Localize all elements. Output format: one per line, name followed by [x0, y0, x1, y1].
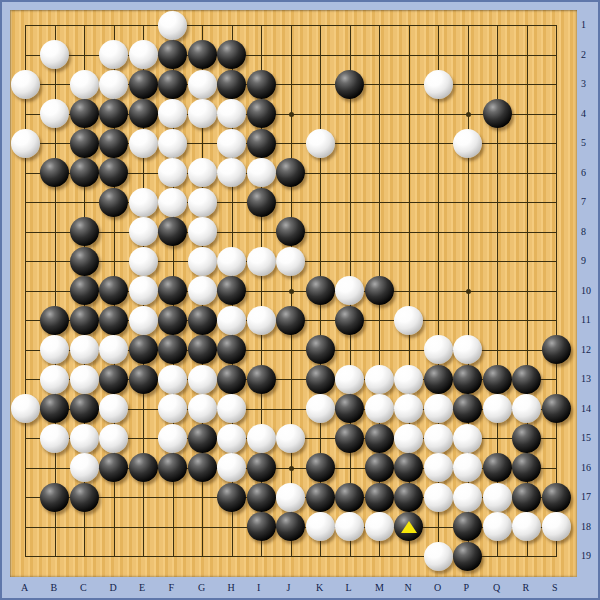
column-label-L: L — [346, 583, 352, 593]
row-label-7: 7 — [581, 197, 586, 207]
column-label-P: P — [464, 583, 470, 593]
row-label-11: 11 — [581, 315, 591, 325]
white-stone-E2[interactable] — [129, 40, 158, 69]
row-label-10: 10 — [581, 286, 591, 296]
black-stone-I16[interactable] — [247, 453, 276, 482]
black-stone-N17[interactable] — [394, 483, 423, 512]
black-stone-I17[interactable] — [247, 483, 276, 512]
white-stone-H5[interactable] — [217, 129, 246, 158]
white-stone-G10[interactable] — [188, 276, 217, 305]
black-stone-D6[interactable] — [99, 158, 128, 187]
white-stone-B2[interactable] — [40, 40, 69, 69]
black-stone-M16[interactable] — [365, 453, 394, 482]
white-stone-K5[interactable] — [306, 129, 335, 158]
white-stone-I6[interactable] — [247, 158, 276, 187]
black-stone-E16[interactable] — [129, 453, 158, 482]
black-stone-H12[interactable] — [217, 335, 246, 364]
black-stone-E12[interactable] — [129, 335, 158, 364]
row-label-8: 8 — [581, 227, 586, 237]
white-stone-C15[interactable] — [70, 424, 99, 453]
white-stone-J9[interactable] — [276, 247, 305, 276]
black-stone-I7[interactable] — [247, 188, 276, 217]
white-stone-H16[interactable] — [217, 453, 246, 482]
white-stone-E10[interactable] — [129, 276, 158, 305]
black-stone-L14[interactable] — [335, 394, 364, 423]
column-label-J: J — [287, 583, 291, 593]
row-label-19: 19 — [581, 551, 591, 561]
column-label-S: S — [552, 583, 558, 593]
white-stone-J15[interactable] — [276, 424, 305, 453]
black-stone-S12[interactable] — [542, 335, 571, 364]
white-stone-F13[interactable] — [158, 365, 187, 394]
row-label-5: 5 — [581, 138, 586, 148]
white-stone-O19[interactable] — [424, 542, 453, 571]
white-stone-L13[interactable] — [335, 365, 364, 394]
black-stone-B14[interactable] — [40, 394, 69, 423]
row-label-1: 1 — [581, 20, 586, 30]
white-stone-A14[interactable] — [11, 394, 40, 423]
white-stone-O14[interactable] — [424, 394, 453, 423]
white-stone-H14[interactable] — [217, 394, 246, 423]
black-stone-I5[interactable] — [247, 129, 276, 158]
star-point-J10 — [289, 289, 294, 294]
black-stone-G15[interactable] — [188, 424, 217, 453]
black-stone-F12[interactable] — [158, 335, 187, 364]
column-label-K: K — [316, 583, 323, 593]
black-stone-D4[interactable] — [99, 99, 128, 128]
black-stone-O13[interactable] — [424, 365, 453, 394]
black-stone-B17[interactable] — [40, 483, 69, 512]
white-stone-A3[interactable] — [11, 70, 40, 99]
white-stone-E5[interactable] — [129, 129, 158, 158]
white-stone-R18[interactable] — [512, 512, 541, 541]
white-stone-P12[interactable] — [453, 335, 482, 364]
white-stone-H6[interactable] — [217, 158, 246, 187]
black-stone-S14[interactable] — [542, 394, 571, 423]
black-stone-Q16[interactable] — [483, 453, 512, 482]
column-label-I: I — [257, 583, 260, 593]
row-label-3: 3 — [581, 79, 586, 89]
star-point-P4 — [466, 112, 471, 117]
white-stone-Q14[interactable] — [483, 394, 512, 423]
white-stone-C13[interactable] — [70, 365, 99, 394]
white-stone-M13[interactable] — [365, 365, 394, 394]
white-stone-G13[interactable] — [188, 365, 217, 394]
column-label-E: E — [139, 583, 145, 593]
white-stone-G4[interactable] — [188, 99, 217, 128]
black-stone-K17[interactable] — [306, 483, 335, 512]
white-stone-N14[interactable] — [394, 394, 423, 423]
white-stone-J17[interactable] — [276, 483, 305, 512]
white-stone-B4[interactable] — [40, 99, 69, 128]
white-stone-M14[interactable] — [365, 394, 394, 423]
white-stone-G14[interactable] — [188, 394, 217, 423]
column-label-B: B — [51, 583, 58, 593]
black-stone-J11[interactable] — [276, 306, 305, 335]
column-label-O: O — [434, 583, 441, 593]
black-stone-N16[interactable] — [394, 453, 423, 482]
black-stone-G12[interactable] — [188, 335, 217, 364]
row-label-6: 6 — [581, 168, 586, 178]
white-stone-E9[interactable] — [129, 247, 158, 276]
white-stone-P5[interactable] — [453, 129, 482, 158]
black-stone-H3[interactable] — [217, 70, 246, 99]
white-stone-P16[interactable] — [453, 453, 482, 482]
white-stone-R14[interactable] — [512, 394, 541, 423]
white-stone-G8[interactable] — [188, 217, 217, 246]
black-stone-D7[interactable] — [99, 188, 128, 217]
white-stone-F5[interactable] — [158, 129, 187, 158]
black-stone-J6[interactable] — [276, 158, 305, 187]
white-stone-C16[interactable] — [70, 453, 99, 482]
black-stone-B6[interactable] — [40, 158, 69, 187]
black-stone-C5[interactable] — [70, 129, 99, 158]
black-stone-F10[interactable] — [158, 276, 187, 305]
black-stone-M10[interactable] — [365, 276, 394, 305]
white-stone-O12[interactable] — [424, 335, 453, 364]
black-stone-F8[interactable] — [158, 217, 187, 246]
row-label-13: 13 — [581, 374, 591, 384]
black-stone-H10[interactable] — [217, 276, 246, 305]
star-point-J16 — [289, 466, 294, 471]
black-stone-G11[interactable] — [188, 306, 217, 335]
row-label-15: 15 — [581, 433, 591, 443]
black-stone-H17[interactable] — [217, 483, 246, 512]
go-app-window: ABCDEFGHIJKLMNOPQRS 12345678910111213141… — [0, 0, 600, 600]
column-label-C: C — [80, 583, 87, 593]
white-stone-F4[interactable] — [158, 99, 187, 128]
black-stone-F11[interactable] — [158, 306, 187, 335]
black-stone-L17[interactable] — [335, 483, 364, 512]
white-stone-O15[interactable] — [424, 424, 453, 453]
column-label-G: G — [198, 583, 205, 593]
row-label-12: 12 — [581, 345, 591, 355]
row-label-2: 2 — [581, 50, 586, 60]
white-stone-O16[interactable] — [424, 453, 453, 482]
black-stone-C4[interactable] — [70, 99, 99, 128]
black-stone-S17[interactable] — [542, 483, 571, 512]
black-stone-M17[interactable] — [365, 483, 394, 512]
black-stone-G16[interactable] — [188, 453, 217, 482]
white-stone-I15[interactable] — [247, 424, 276, 453]
white-stone-N11[interactable] — [394, 306, 423, 335]
white-stone-F1[interactable] — [158, 11, 187, 40]
black-stone-P13[interactable] — [453, 365, 482, 394]
black-stone-P19[interactable] — [453, 542, 482, 571]
white-stone-E7[interactable] — [129, 188, 158, 217]
white-stone-G6[interactable] — [188, 158, 217, 187]
black-stone-G2[interactable] — [188, 40, 217, 69]
white-stone-I11[interactable] — [247, 306, 276, 335]
white-stone-Q17[interactable] — [483, 483, 512, 512]
black-stone-R17[interactable] — [512, 483, 541, 512]
grid-line-vertical-S — [556, 25, 557, 557]
white-stone-B12[interactable] — [40, 335, 69, 364]
white-stone-N15[interactable] — [394, 424, 423, 453]
white-stone-P15[interactable] — [453, 424, 482, 453]
star-point-J4 — [289, 112, 294, 117]
white-stone-F14[interactable] — [158, 394, 187, 423]
black-stone-K13[interactable] — [306, 365, 335, 394]
black-stone-R15[interactable] — [512, 424, 541, 453]
black-stone-I13[interactable] — [247, 365, 276, 394]
column-label-M: M — [375, 583, 384, 593]
row-label-9: 9 — [581, 256, 586, 266]
black-stone-K12[interactable] — [306, 335, 335, 364]
white-stone-B13[interactable] — [40, 365, 69, 394]
white-stone-D3[interactable] — [99, 70, 128, 99]
white-stone-O3[interactable] — [424, 70, 453, 99]
row-label-16: 16 — [581, 463, 591, 473]
black-stone-F2[interactable] — [158, 40, 187, 69]
black-stone-C9[interactable] — [70, 247, 99, 276]
white-stone-B15[interactable] — [40, 424, 69, 453]
white-stone-G9[interactable] — [188, 247, 217, 276]
white-stone-H15[interactable] — [217, 424, 246, 453]
column-label-Q: Q — [493, 583, 500, 593]
column-label-D: D — [110, 583, 117, 593]
black-stone-Q4[interactable] — [483, 99, 512, 128]
black-stone-J8[interactable] — [276, 217, 305, 246]
black-stone-D10[interactable] — [99, 276, 128, 305]
black-stone-L3[interactable] — [335, 70, 364, 99]
black-stone-E13[interactable] — [129, 365, 158, 394]
black-stone-F16[interactable] — [158, 453, 187, 482]
white-stone-F7[interactable] — [158, 188, 187, 217]
white-stone-E11[interactable] — [129, 306, 158, 335]
white-stone-C3[interactable] — [70, 70, 99, 99]
black-stone-H13[interactable] — [217, 365, 246, 394]
black-stone-R16[interactable] — [512, 453, 541, 482]
black-stone-E3[interactable] — [129, 70, 158, 99]
white-stone-L18[interactable] — [335, 512, 364, 541]
black-stone-J18[interactable] — [276, 512, 305, 541]
black-stone-P14[interactable] — [453, 394, 482, 423]
black-stone-C10[interactable] — [70, 276, 99, 305]
white-stone-G7[interactable] — [188, 188, 217, 217]
white-stone-D15[interactable] — [99, 424, 128, 453]
column-label-F: F — [169, 583, 175, 593]
black-stone-D11[interactable] — [99, 306, 128, 335]
last-move-triangle-marker-N18 — [401, 521, 417, 533]
white-stone-H4[interactable] — [217, 99, 246, 128]
black-stone-R13[interactable] — [512, 365, 541, 394]
black-stone-K10[interactable] — [306, 276, 335, 305]
black-stone-Q13[interactable] — [483, 365, 512, 394]
column-label-H: H — [228, 583, 235, 593]
white-stone-K14[interactable] — [306, 394, 335, 423]
white-stone-E8[interactable] — [129, 217, 158, 246]
white-stone-F15[interactable] — [158, 424, 187, 453]
white-stone-C12[interactable] — [70, 335, 99, 364]
black-stone-C8[interactable] — [70, 217, 99, 246]
black-stone-H2[interactable] — [217, 40, 246, 69]
white-stone-N13[interactable] — [394, 365, 423, 394]
black-stone-L15[interactable] — [335, 424, 364, 453]
white-stone-D12[interactable] — [99, 335, 128, 364]
black-stone-I18[interactable] — [247, 512, 276, 541]
white-stone-P17[interactable] — [453, 483, 482, 512]
star-point-P10 — [466, 289, 471, 294]
black-stone-I4[interactable] — [247, 99, 276, 128]
white-stone-D2[interactable] — [99, 40, 128, 69]
column-label-A: A — [21, 583, 28, 593]
row-label-14: 14 — [581, 404, 591, 414]
black-stone-B11[interactable] — [40, 306, 69, 335]
black-stone-D13[interactable] — [99, 365, 128, 394]
black-stone-C17[interactable] — [70, 483, 99, 512]
black-stone-E4[interactable] — [129, 99, 158, 128]
column-label-N: N — [405, 583, 412, 593]
black-stone-D16[interactable] — [99, 453, 128, 482]
black-stone-C6[interactable] — [70, 158, 99, 187]
black-stone-M15[interactable] — [365, 424, 394, 453]
black-stone-P18[interactable] — [453, 512, 482, 541]
white-stone-H9[interactable] — [217, 247, 246, 276]
column-label-R: R — [523, 583, 530, 593]
black-stone-C11[interactable] — [70, 306, 99, 335]
white-stone-I9[interactable] — [247, 247, 276, 276]
white-stone-G3[interactable] — [188, 70, 217, 99]
black-stone-I3[interactable] — [247, 70, 276, 99]
white-stone-L10[interactable] — [335, 276, 364, 305]
white-stone-M18[interactable] — [365, 512, 394, 541]
black-stone-D5[interactable] — [99, 129, 128, 158]
white-stone-F6[interactable] — [158, 158, 187, 187]
black-stone-C14[interactable] — [70, 394, 99, 423]
row-label-18: 18 — [581, 522, 591, 532]
white-stone-Q18[interactable] — [483, 512, 512, 541]
black-stone-L11[interactable] — [335, 306, 364, 335]
black-stone-F3[interactable] — [158, 70, 187, 99]
white-stone-S18[interactable] — [542, 512, 571, 541]
white-stone-A5[interactable] — [11, 129, 40, 158]
white-stone-H11[interactable] — [217, 306, 246, 335]
white-stone-D14[interactable] — [99, 394, 128, 423]
white-stone-O17[interactable] — [424, 483, 453, 512]
black-stone-K16[interactable] — [306, 453, 335, 482]
row-label-17: 17 — [581, 492, 591, 502]
white-stone-K18[interactable] — [306, 512, 335, 541]
row-label-4: 4 — [581, 109, 586, 119]
